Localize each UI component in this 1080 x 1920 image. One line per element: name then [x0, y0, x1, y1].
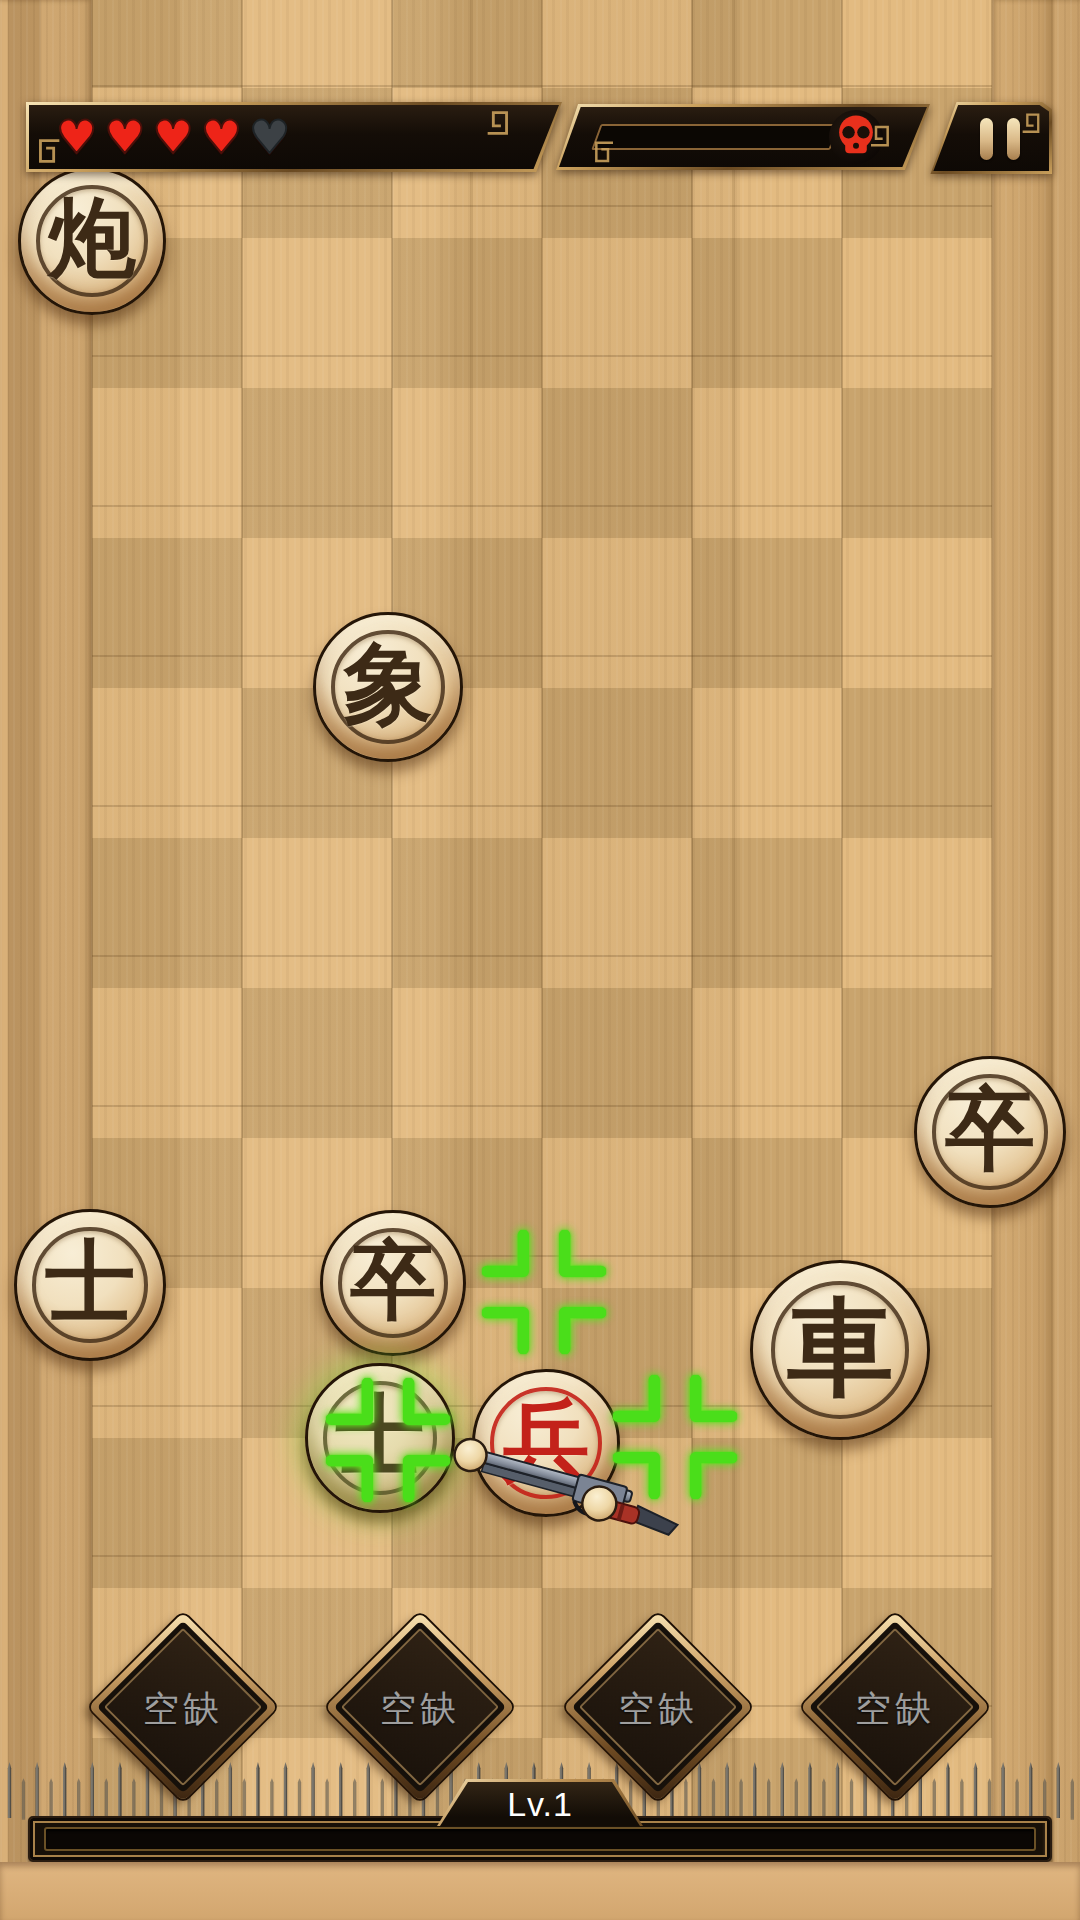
piece-zu-soldier-right[interactable]: 卒 — [914, 1056, 1066, 1208]
piece-character: 車 — [753, 1261, 927, 1435]
piece-ju-chariot[interactable]: 車 — [750, 1260, 930, 1440]
meander-ornament — [866, 122, 896, 152]
health-panel: ♥♥♥♥♥ — [26, 102, 562, 172]
heart-filled-icon: ♥ — [104, 114, 145, 160]
boss-progress-panel — [556, 104, 930, 170]
level-plaque: Lv.1 — [440, 1782, 640, 1826]
plank-seam — [732, 0, 735, 1920]
pause-button[interactable] — [928, 102, 1052, 174]
meander-ornament — [31, 133, 65, 167]
piece-character: 卒 — [917, 1057, 1063, 1203]
boss-progress-track — [591, 124, 839, 150]
piece-zu-soldier-center[interactable]: 卒 — [320, 1210, 466, 1356]
board-right-border — [992, 0, 1080, 1920]
piece-character: 卒 — [323, 1211, 463, 1351]
game-screen: 炮象卒士卒士兵車 — [0, 0, 1080, 1920]
piece-pao-cannon[interactable]: 炮 — [18, 167, 166, 315]
piece-character: 炮 — [21, 168, 163, 310]
xp-progress-track — [44, 1827, 1036, 1851]
piece-shi-advisor-left[interactable]: 士 — [14, 1209, 166, 1361]
pause-icon — [980, 118, 993, 160]
level-label: Lv.1 — [507, 1785, 573, 1824]
piece-xiang-elephant[interactable]: 象 — [313, 612, 463, 762]
heart-filled-icon: ♥ — [201, 114, 242, 160]
meander-ornament — [1018, 110, 1046, 138]
meander-ornament — [588, 136, 618, 166]
piece-character: 士 — [17, 1210, 163, 1356]
shotgun-weapon[interactable] — [430, 1418, 710, 1538]
heart-filled-icon: ♥ — [153, 114, 194, 160]
piece-character: 象 — [316, 613, 460, 757]
lives-hearts: ♥♥♥♥♥ — [56, 102, 290, 172]
plank-seam — [470, 0, 473, 1920]
heart-empty-icon: ♥ — [249, 114, 290, 160]
meander-ornament — [482, 107, 516, 141]
bottom-wood-strip — [0, 1862, 1080, 1920]
